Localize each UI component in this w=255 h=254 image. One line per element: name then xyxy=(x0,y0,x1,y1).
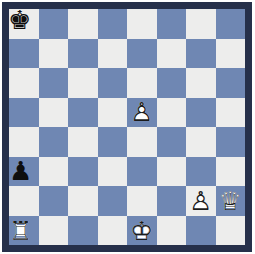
square-g2[interactable]: ♟♙ xyxy=(186,186,216,216)
square-f2[interactable] xyxy=(157,186,187,216)
square-h7[interactable] xyxy=(216,39,246,69)
white-pawn[interactable]: ♟♙ xyxy=(186,186,216,216)
square-c5[interactable] xyxy=(68,98,98,128)
square-g4[interactable] xyxy=(186,127,216,157)
square-b1[interactable] xyxy=(39,216,69,246)
square-b7[interactable] xyxy=(39,39,69,69)
square-c8[interactable] xyxy=(68,9,98,39)
square-a1[interactable]: ♜♖ xyxy=(9,216,39,246)
square-d1[interactable] xyxy=(98,216,128,246)
square-f5[interactable] xyxy=(157,98,187,128)
square-g7[interactable] xyxy=(186,39,216,69)
square-b6[interactable] xyxy=(39,68,69,98)
white-queen[interactable]: ♛♕ xyxy=(216,186,246,216)
square-a2[interactable] xyxy=(9,186,39,216)
piece-glyph-outline: ♙ xyxy=(189,188,212,214)
square-f7[interactable] xyxy=(157,39,187,69)
square-h8[interactable] xyxy=(216,9,246,39)
square-e6[interactable] xyxy=(127,68,157,98)
piece-glyph: ♟ xyxy=(9,158,32,184)
square-b8[interactable] xyxy=(39,9,69,39)
piece-glyph-outline: ♙ xyxy=(130,99,153,125)
square-f6[interactable] xyxy=(157,68,187,98)
square-a5[interactable] xyxy=(9,98,39,128)
square-b5[interactable] xyxy=(39,98,69,128)
square-d6[interactable] xyxy=(98,68,128,98)
square-g3[interactable] xyxy=(186,157,216,187)
square-e3[interactable] xyxy=(127,157,157,187)
square-g8[interactable] xyxy=(186,9,216,39)
square-d4[interactable] xyxy=(98,127,128,157)
square-e2[interactable] xyxy=(127,186,157,216)
square-a8[interactable]: ♚ xyxy=(9,9,39,39)
piece-glyph-outline: ♖ xyxy=(9,218,32,244)
square-c4[interactable] xyxy=(68,127,98,157)
square-f8[interactable] xyxy=(157,9,187,39)
chess-board: ♚♟♙♟♟♙♛♕♜♖♚♔ xyxy=(9,9,245,245)
square-b2[interactable] xyxy=(39,186,69,216)
square-e5[interactable]: ♟♙ xyxy=(127,98,157,128)
square-e1[interactable]: ♚♔ xyxy=(127,216,157,246)
square-d3[interactable] xyxy=(98,157,128,187)
square-g5[interactable] xyxy=(186,98,216,128)
square-h5[interactable] xyxy=(216,98,246,128)
piece-glyph: ♚ xyxy=(8,7,31,33)
square-a4[interactable] xyxy=(9,127,39,157)
square-a3[interactable]: ♟ xyxy=(9,157,39,187)
white-king[interactable]: ♚♔ xyxy=(127,216,157,246)
square-f1[interactable] xyxy=(157,216,187,246)
square-e7[interactable] xyxy=(127,39,157,69)
square-h3[interactable] xyxy=(216,157,246,187)
square-d8[interactable] xyxy=(98,9,128,39)
square-d5[interactable] xyxy=(98,98,128,128)
piece-glyph-outline: ♕ xyxy=(219,188,242,214)
square-a7[interactable] xyxy=(9,39,39,69)
square-h2[interactable]: ♛♕ xyxy=(216,186,246,216)
square-c3[interactable] xyxy=(68,157,98,187)
square-c6[interactable] xyxy=(68,68,98,98)
white-rook[interactable]: ♜♖ xyxy=(9,216,39,246)
square-c7[interactable] xyxy=(68,39,98,69)
chess-diagram: ♚♟♙♟♟♙♛♕♜♖♚♔ xyxy=(0,0,255,254)
square-b4[interactable] xyxy=(39,127,69,157)
square-h6[interactable] xyxy=(216,68,246,98)
square-g1[interactable] xyxy=(186,216,216,246)
black-pawn[interactable]: ♟ xyxy=(9,157,39,187)
square-c2[interactable] xyxy=(68,186,98,216)
black-king[interactable]: ♚ xyxy=(9,9,39,39)
square-b3[interactable] xyxy=(39,157,69,187)
square-f4[interactable] xyxy=(157,127,187,157)
square-f3[interactable] xyxy=(157,157,187,187)
square-g6[interactable] xyxy=(186,68,216,98)
square-c1[interactable] xyxy=(68,216,98,246)
square-e8[interactable] xyxy=(127,9,157,39)
board-frame: ♚♟♙♟♟♙♛♕♜♖♚♔ xyxy=(2,2,252,252)
square-h1[interactable] xyxy=(216,216,246,246)
white-pawn[interactable]: ♟♙ xyxy=(127,98,157,128)
square-e4[interactable] xyxy=(127,127,157,157)
square-a6[interactable] xyxy=(9,68,39,98)
square-d7[interactable] xyxy=(98,39,128,69)
square-d2[interactable] xyxy=(98,186,128,216)
square-h4[interactable] xyxy=(216,127,246,157)
piece-glyph-outline: ♔ xyxy=(130,218,153,244)
